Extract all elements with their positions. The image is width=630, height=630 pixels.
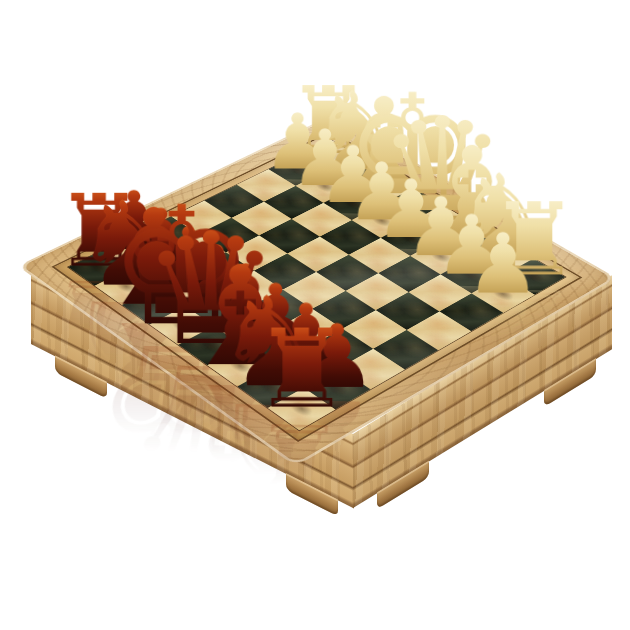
square-a8: ♜♜: [268, 388, 335, 430]
board-frame-border: ♜♜♞♞♝♝♚♚♛♛♝♝♞♞♜♜♟♟♟♟♟♟♟♟♟♟♟♟♟♟♟♟♟♟♟♟♟♟♟♟…: [51, 131, 582, 442]
piece-dark-rook: ♜: [253, 316, 350, 424]
product-photo: ♜♜♞♞♝♝♚♚♛♛♝♝♞♞♜♜♟♟♟♟♟♟♟♟♟♟♟♟♟♟♟♟♟♟♟♟♟♟♟♟…: [0, 0, 630, 630]
chess-box-scene: ♜♜♞♞♝♝♚♚♛♛♝♝♞♞♜♜♟♟♟♟♟♟♟♟♟♟♟♟♟♟♟♟♟♟♟♟♟♟♟♟…: [0, 0, 630, 630]
board: ♜♜♞♞♝♝♚♚♛♛♝♝♞♞♜♜♟♟♟♟♟♟♟♟♟♟♟♟♟♟♟♟♟♟♟♟♟♟♟♟…: [67, 139, 567, 432]
chess-box-lid: ♜♜♞♞♝♝♚♚♛♛♝♝♞♞♜♜♟♟♟♟♟♟♟♟♟♟♟♟♟♟♟♟♟♟♟♟♟♟♟♟…: [18, 115, 617, 467]
piece-light-pawn: ♟: [466, 223, 541, 306]
